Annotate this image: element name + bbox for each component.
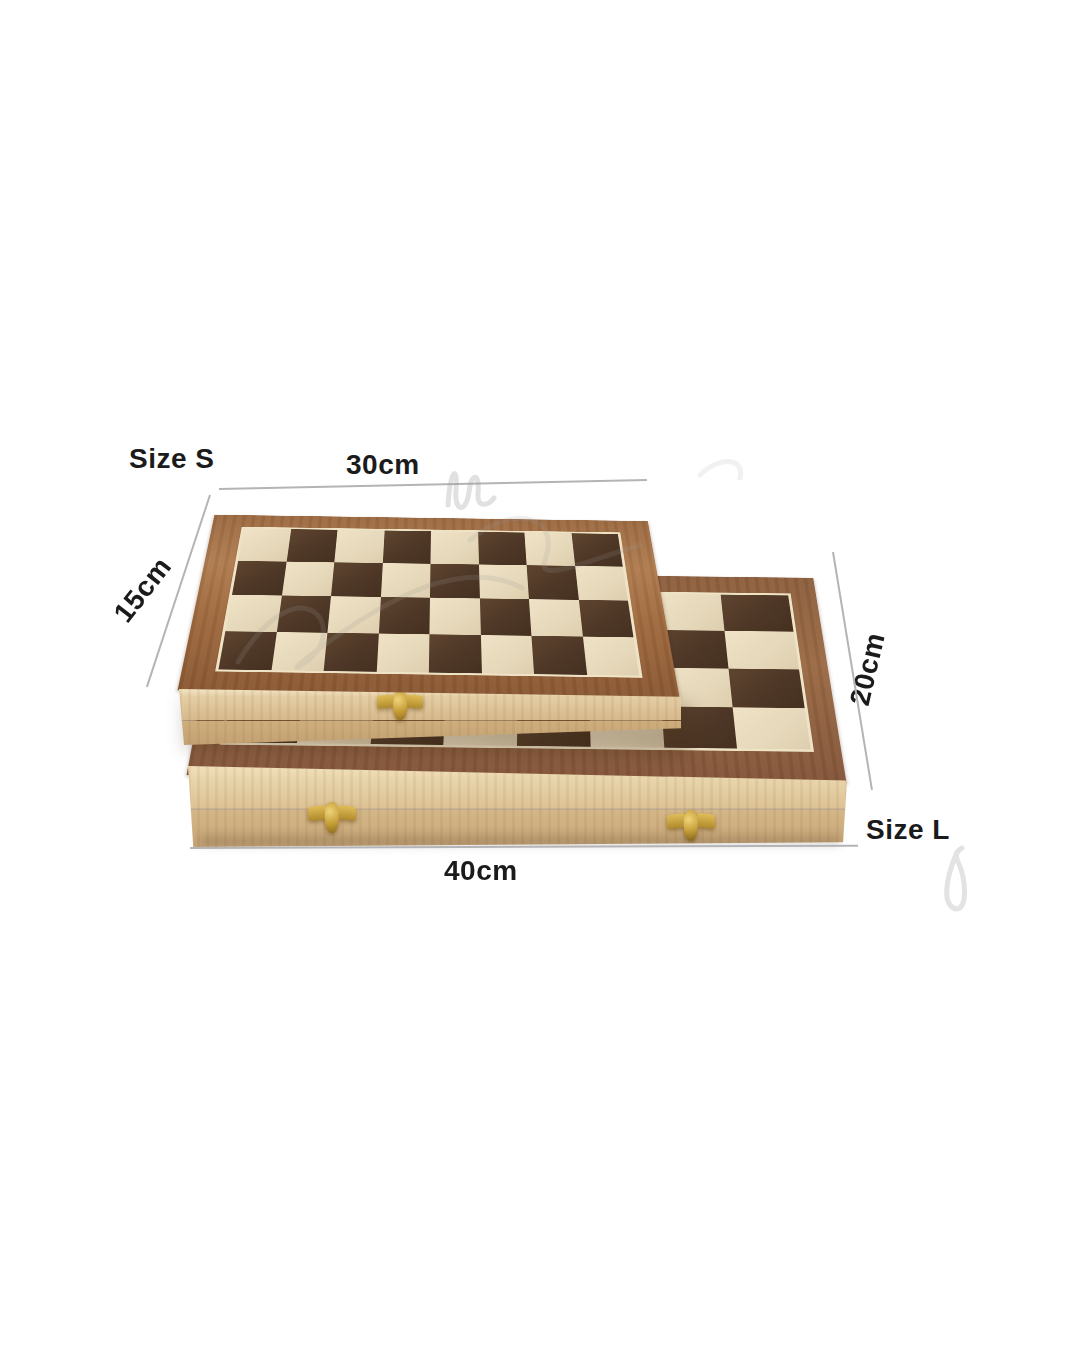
board-square bbox=[733, 708, 811, 750]
size-l-label: Size L bbox=[866, 814, 950, 846]
board-square bbox=[429, 598, 480, 635]
board-square bbox=[327, 596, 380, 633]
dim-40cm-label: 40cm bbox=[444, 855, 518, 887]
board-square bbox=[218, 631, 276, 670]
board-square bbox=[380, 563, 430, 598]
board-square bbox=[232, 561, 286, 596]
board-square bbox=[478, 532, 527, 565]
board-square bbox=[378, 597, 430, 634]
board-square bbox=[725, 631, 799, 669]
board-square bbox=[531, 635, 586, 674]
board-square bbox=[479, 598, 531, 635]
small-box-checkerboard bbox=[215, 527, 642, 678]
board-square bbox=[430, 563, 479, 598]
board-square bbox=[271, 632, 327, 671]
product-photo-scene: Size S 30cm 15cm 20cm Size L 40cm bbox=[0, 0, 1080, 1350]
board-square bbox=[582, 636, 639, 675]
small-box-lid bbox=[178, 493, 683, 697]
board-square bbox=[524, 533, 574, 566]
board-square bbox=[429, 634, 482, 673]
board-square bbox=[721, 595, 794, 632]
size-s-label: Size S bbox=[129, 443, 214, 475]
board-square bbox=[430, 531, 478, 564]
board-square bbox=[529, 599, 582, 636]
board-square bbox=[334, 530, 384, 563]
dim-line-30cm bbox=[219, 479, 647, 490]
board-square bbox=[281, 561, 334, 596]
board-square bbox=[479, 564, 529, 599]
board-square bbox=[276, 595, 331, 632]
board-square bbox=[382, 531, 431, 564]
board-square bbox=[324, 632, 379, 671]
board-square bbox=[376, 633, 429, 672]
board-square bbox=[480, 635, 534, 674]
board-square bbox=[238, 528, 291, 561]
board-square bbox=[575, 566, 628, 601]
board-square bbox=[331, 562, 382, 597]
board-square bbox=[571, 533, 623, 566]
brass-latch-icon bbox=[377, 691, 423, 723]
board-square bbox=[578, 600, 633, 637]
board-square bbox=[286, 529, 337, 562]
board-square bbox=[729, 668, 805, 708]
board-square bbox=[225, 595, 281, 632]
brass-latch-icon bbox=[308, 802, 356, 836]
dim-30cm-label: 30cm bbox=[346, 449, 420, 481]
board-square bbox=[527, 565, 579, 600]
